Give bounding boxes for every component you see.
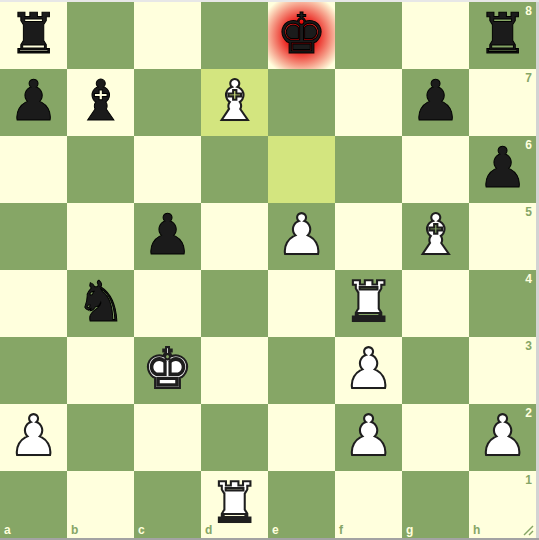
square-c8[interactable]	[134, 2, 201, 69]
square-e6[interactable]	[268, 136, 335, 203]
board-resize-handle[interactable]	[523, 525, 534, 536]
square-d8[interactable]	[201, 2, 268, 69]
square-g6[interactable]	[402, 136, 469, 203]
piece-white-king[interactable]: ♚	[142, 341, 192, 397]
square-c1[interactable]: c	[134, 471, 201, 538]
square-f4[interactable]: ♜	[335, 270, 402, 337]
coord-file-e: e	[272, 524, 279, 536]
square-d2[interactable]	[201, 404, 268, 471]
square-g8[interactable]	[402, 2, 469, 69]
piece-black-pawn[interactable]: ♟	[142, 207, 192, 263]
piece-white-bishop[interactable]: ♝	[410, 207, 460, 263]
square-f6[interactable]	[335, 136, 402, 203]
square-g7[interactable]: ♟	[402, 69, 469, 136]
square-f2[interactable]: ♟	[335, 404, 402, 471]
square-h2[interactable]: ♟2	[469, 404, 536, 471]
square-f1[interactable]: f	[335, 471, 402, 538]
square-b1[interactable]: b	[67, 471, 134, 538]
coord-rank-5: 5	[525, 206, 532, 218]
coord-file-b: b	[71, 524, 78, 536]
piece-black-rook[interactable]: ♜	[477, 6, 527, 62]
coord-rank-1: 1	[525, 474, 532, 486]
square-a7[interactable]: ♟	[0, 69, 67, 136]
square-h1[interactable]: 1h	[469, 471, 536, 538]
piece-white-rook[interactable]: ♜	[343, 274, 393, 330]
square-b3[interactable]	[67, 337, 134, 404]
square-h3[interactable]: 3	[469, 337, 536, 404]
square-b4[interactable]: ♞	[67, 270, 134, 337]
square-c3[interactable]: ♚	[134, 337, 201, 404]
square-a6[interactable]	[0, 136, 67, 203]
piece-white-pawn[interactable]: ♟	[343, 408, 393, 464]
piece-black-bishop[interactable]: ♝	[75, 73, 125, 129]
piece-white-bishop[interactable]: ♝	[209, 73, 259, 129]
piece-white-pawn[interactable]: ♟	[343, 341, 393, 397]
square-b7[interactable]: ♝	[67, 69, 134, 136]
square-d4[interactable]	[201, 270, 268, 337]
square-g2[interactable]	[402, 404, 469, 471]
square-f8[interactable]	[335, 2, 402, 69]
square-e1[interactable]: e	[268, 471, 335, 538]
square-a4[interactable]	[0, 270, 67, 337]
square-c7[interactable]	[134, 69, 201, 136]
square-a5[interactable]	[0, 203, 67, 270]
square-g1[interactable]: g	[402, 471, 469, 538]
square-f3[interactable]: ♟	[335, 337, 402, 404]
square-e3[interactable]	[268, 337, 335, 404]
piece-white-rook[interactable]: ♜	[209, 475, 259, 531]
square-d1[interactable]: ♜d	[201, 471, 268, 538]
square-g3[interactable]	[402, 337, 469, 404]
square-a2[interactable]: ♟	[0, 404, 67, 471]
square-b8[interactable]	[67, 2, 134, 69]
piece-black-rook[interactable]: ♜	[8, 6, 58, 62]
square-e2[interactable]	[268, 404, 335, 471]
square-g5[interactable]: ♝	[402, 203, 469, 270]
square-d5[interactable]	[201, 203, 268, 270]
piece-black-pawn[interactable]: ♟	[410, 73, 460, 129]
square-a8[interactable]: ♜	[0, 2, 67, 69]
coord-file-g: g	[406, 524, 413, 536]
piece-white-pawn[interactable]: ♟	[8, 408, 58, 464]
square-b5[interactable]	[67, 203, 134, 270]
square-e4[interactable]	[268, 270, 335, 337]
square-a1[interactable]: a	[0, 471, 67, 538]
square-h8[interactable]: ♜8	[469, 2, 536, 69]
square-d6[interactable]	[201, 136, 268, 203]
piece-white-pawn[interactable]: ♟	[276, 207, 326, 263]
square-e5[interactable]: ♟	[268, 203, 335, 270]
coord-file-c: c	[138, 524, 145, 536]
piece-white-pawn[interactable]: ♟	[477, 408, 527, 464]
piece-black-pawn[interactable]: ♟	[8, 73, 58, 129]
piece-black-pawn[interactable]: ♟	[477, 140, 527, 196]
square-e7[interactable]	[268, 69, 335, 136]
square-h7[interactable]: 7	[469, 69, 536, 136]
piece-black-knight[interactable]: ♞	[75, 274, 125, 330]
coord-file-a: a	[4, 524, 11, 536]
square-c6[interactable]	[134, 136, 201, 203]
coord-rank-3: 3	[525, 340, 532, 352]
square-a3[interactable]	[0, 337, 67, 404]
square-g4[interactable]	[402, 270, 469, 337]
square-b2[interactable]	[67, 404, 134, 471]
square-b6[interactable]	[67, 136, 134, 203]
chess-board: ♜♚♜8♟♝♝♟7♟6♟♟♝5♞♜4♚♟3♟♟♟2abc♜defg1h	[0, 2, 536, 538]
coord-rank-4: 4	[525, 273, 532, 285]
piece-black-king[interactable]: ♚	[276, 6, 326, 62]
square-e8[interactable]: ♚	[268, 2, 335, 69]
square-h6[interactable]: ♟6	[469, 136, 536, 203]
coord-rank-7: 7	[525, 72, 532, 84]
square-c4[interactable]	[134, 270, 201, 337]
square-c5[interactable]: ♟	[134, 203, 201, 270]
square-f5[interactable]	[335, 203, 402, 270]
square-d3[interactable]	[201, 337, 268, 404]
square-h5[interactable]: 5	[469, 203, 536, 270]
square-d7[interactable]: ♝	[201, 69, 268, 136]
coord-file-h: h	[473, 524, 480, 536]
square-h4[interactable]: 4	[469, 270, 536, 337]
square-c2[interactable]	[134, 404, 201, 471]
square-f7[interactable]	[335, 69, 402, 136]
coord-file-f: f	[339, 524, 343, 536]
